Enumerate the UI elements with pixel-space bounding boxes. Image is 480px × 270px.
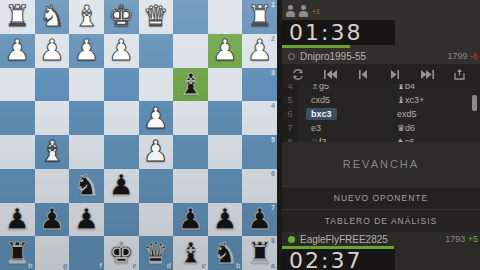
white-rook-a1: ♜ — [242, 0, 277, 34]
square-f3[interactable] — [69, 68, 104, 102]
square-h1[interactable]: ♜ — [0, 0, 35, 34]
white-pawn-f2: ♟ — [69, 34, 104, 68]
move-4-black[interactable]: ♝b4 — [384, 84, 470, 92]
square-b2[interactable]: ♟ — [208, 34, 243, 68]
file-coordinate-h: h — [28, 262, 32, 270]
square-d4[interactable]: ♟ — [139, 101, 174, 135]
move-row-8: 8♘f3♞c6 — [282, 135, 480, 142]
square-g1[interactable]: ♞ — [35, 0, 70, 34]
square-h4[interactable] — [0, 101, 35, 135]
black-rook-a8: ♜ — [242, 236, 277, 270]
square-c6[interactable] — [173, 169, 208, 203]
square-g2[interactable]: ♟ — [35, 34, 70, 68]
square-h2[interactable]: ♟ — [0, 34, 35, 68]
white-bishop-g5: ♝ — [35, 135, 70, 169]
prev-move-icon[interactable] — [355, 67, 371, 81]
square-a3[interactable]: 3 — [242, 68, 277, 102]
square-b4[interactable] — [208, 101, 243, 135]
analysis-board-button[interactable]: TABLERO DE ANÁLISIS — [282, 209, 480, 232]
square-d1[interactable]: ♛ — [139, 0, 174, 34]
rank-coordinate-8: 8 — [271, 237, 275, 245]
black-king-e8: ♚ — [104, 236, 139, 270]
square-a1[interactable]: ♜1 — [242, 0, 277, 34]
own-player-row[interactable]: EagleFlyFREE2825 1793 +5 — [282, 231, 480, 247]
new-opponent-button[interactable]: NUEVO OPONENTE — [282, 186, 480, 209]
move-number: 6 — [282, 107, 298, 121]
square-c1[interactable] — [173, 0, 208, 34]
move-list: 4♗g5♝b45cxd5♝xc3+6bxc3exd57e3♛d68♘f3♞c6 — [282, 84, 480, 142]
black-knight-b8: ♞ — [208, 236, 243, 270]
square-a6[interactable]: 6 — [242, 169, 277, 203]
square-f7[interactable]: ♟ — [69, 203, 104, 237]
opponent-rating: 1799 — [447, 51, 467, 61]
square-e5[interactable] — [104, 135, 139, 169]
square-c8[interactable]: ♝c — [173, 236, 208, 270]
square-f4[interactable] — [69, 101, 104, 135]
own-clock-time: 02:37 — [282, 249, 395, 270]
person-bust-icon — [286, 5, 295, 17]
file-coordinate-f: f — [100, 262, 102, 270]
square-h5[interactable] — [0, 135, 35, 169]
white-pawn-d5: ♟ — [139, 135, 174, 169]
file-coordinate-d: d — [167, 262, 171, 270]
white-pawn-h2: ♟ — [0, 34, 35, 68]
white-king-e1: ♚ — [104, 0, 139, 34]
move-row-7: 7e3♛d6 — [282, 121, 480, 135]
offline-status-icon — [288, 53, 295, 60]
lichess-game-screen: ♜♞♝♚♛♜1♟♟♟♟♟♟2♝3♟4♝♟5♞♟6♟♟♟♟♟♟7♜hgf♚e♛d♝… — [0, 0, 480, 270]
move-number: 8 — [282, 135, 298, 142]
rank-coordinate-6: 6 — [271, 170, 275, 178]
move-number: 5 — [282, 93, 298, 107]
square-e3[interactable] — [104, 68, 139, 102]
opponent-player-row[interactable]: Dnipro1995-55 1799 -6 — [282, 48, 480, 64]
square-h3[interactable] — [0, 68, 35, 102]
square-g4[interactable] — [35, 101, 70, 135]
white-bishop-f1: ♝ — [69, 0, 104, 34]
move-5-black[interactable]: ♝xc3+ — [384, 94, 470, 106]
opponent-clock: 01:38 — [282, 20, 395, 45]
white-pawn-d4: ♟ — [139, 101, 174, 135]
flip-cycle-icon[interactable] — [290, 67, 306, 81]
analysis-board-label: TABLERO DE ANÁLISIS — [325, 216, 437, 226]
square-a4[interactable]: 4 — [242, 101, 277, 135]
square-f8[interactable]: f — [69, 236, 104, 270]
file-coordinate-c: c — [202, 262, 206, 270]
white-pawn-e2: ♟ — [104, 34, 139, 68]
square-b1[interactable] — [208, 0, 243, 34]
square-e1[interactable]: ♚ — [104, 0, 139, 34]
square-a7[interactable]: ♟7 — [242, 203, 277, 237]
next-move-icon[interactable] — [387, 67, 403, 81]
black-pawn-a7: ♟ — [242, 203, 277, 237]
new-opponent-label: NUEVO OPONENTE — [334, 193, 428, 203]
rematch-button[interactable]: REVANCHA — [282, 142, 480, 186]
opponent-rating-delta: -6 — [470, 51, 478, 61]
square-a8[interactable]: ♜8a — [242, 236, 277, 270]
square-g7[interactable]: ♟ — [35, 203, 70, 237]
own-clock: 02:37 — [282, 249, 395, 270]
square-d3[interactable] — [139, 68, 174, 102]
square-d2[interactable] — [139, 34, 174, 68]
move-6-white[interactable]: bxc3 — [298, 108, 384, 120]
square-c7[interactable]: ♟ — [173, 203, 208, 237]
rank-coordinate-7: 7 — [271, 204, 275, 212]
square-e7[interactable] — [104, 203, 139, 237]
game-sidebar: +1 01:38 Dnipro1995-55 1799 -6 4♗g5♝b45c… — [282, 0, 480, 270]
rank-coordinate-3: 3 — [271, 69, 275, 77]
black-rook-h8: ♜ — [0, 236, 35, 270]
own-rating: 1793 — [445, 234, 465, 244]
square-d8[interactable]: ♛d — [139, 236, 174, 270]
move-row-5: 5cxd5♝xc3+ — [282, 93, 480, 107]
move-6-black[interactable]: exd5 — [384, 108, 470, 120]
square-f5[interactable] — [69, 135, 104, 169]
square-g8[interactable]: g — [35, 236, 70, 270]
move-number: 7 — [282, 121, 298, 135]
white-pawn-b2: ♟ — [208, 34, 243, 68]
square-a2[interactable]: ♟2 — [242, 34, 277, 68]
black-pawn-g7: ♟ — [35, 203, 70, 237]
rank-coordinate-2: 2 — [271, 35, 275, 43]
own-name[interactable]: EagleFlyFREE2825 — [300, 234, 445, 245]
black-queen-d8: ♛ — [139, 236, 174, 270]
black-pawn-h7: ♟ — [0, 203, 35, 237]
move-4-white[interactable]: ♗g5 — [298, 84, 384, 92]
rank-coordinate-4: 4 — [271, 102, 275, 110]
black-pawn-c7: ♟ — [173, 203, 208, 237]
square-d6[interactable] — [139, 169, 174, 203]
rank-coordinate-5: 5 — [271, 136, 275, 144]
opponent-name[interactable]: Dnipro1995-55 — [300, 51, 447, 62]
move-7-black[interactable]: ♛d6 — [384, 122, 470, 134]
square-f6[interactable]: ♞ — [69, 169, 104, 203]
square-e8[interactable]: ♚e — [104, 236, 139, 270]
square-a5[interactable]: 5 — [242, 135, 277, 169]
square-c4[interactable] — [173, 101, 208, 135]
black-pawn-e6: ♟ — [104, 169, 139, 203]
rematch-label: REVANCHA — [343, 158, 419, 170]
square-d7[interactable] — [139, 203, 174, 237]
online-status-icon — [288, 236, 295, 243]
square-h8[interactable]: ♜h — [0, 236, 35, 270]
square-e2[interactable]: ♟ — [104, 34, 139, 68]
rank-coordinate-1: 1 — [271, 1, 275, 9]
file-coordinate-a: a — [271, 262, 275, 270]
person-bust-icon — [299, 5, 308, 17]
opponent-clock-time: 01:38 — [282, 20, 395, 45]
square-c3[interactable]: ♝ — [173, 68, 208, 102]
share-export-icon[interactable] — [452, 67, 468, 81]
white-queen-d1: ♛ — [139, 0, 174, 34]
file-coordinate-g: g — [63, 262, 67, 270]
move-5-white[interactable]: cxd5 — [298, 94, 384, 106]
white-pawn-a2: ♟ — [242, 34, 277, 68]
square-g5[interactable]: ♝ — [35, 135, 70, 169]
move-navigation-bar — [282, 64, 480, 84]
square-b3[interactable] — [208, 68, 243, 102]
white-rook-h1: ♜ — [0, 0, 35, 34]
move-row-4: 4♗g5♝b4 — [282, 84, 480, 93]
square-c2[interactable] — [173, 34, 208, 68]
square-b8[interactable]: ♞b — [208, 236, 243, 270]
spectators-extra-count: +1 — [312, 8, 320, 17]
square-d5[interactable]: ♟ — [139, 135, 174, 169]
square-g6[interactable] — [35, 169, 70, 203]
black-pawn-b7: ♟ — [208, 203, 243, 237]
square-b6[interactable] — [208, 169, 243, 203]
first-move-icon[interactable] — [322, 67, 338, 81]
move-number: 4 — [282, 84, 298, 93]
square-h7[interactable]: ♟ — [0, 203, 35, 237]
square-e4[interactable] — [104, 101, 139, 135]
move-7-white[interactable]: e3 — [298, 122, 384, 134]
file-coordinate-b: b — [236, 262, 240, 270]
white-pawn-g2: ♟ — [35, 34, 70, 68]
square-f2[interactable]: ♟ — [69, 34, 104, 68]
move-row-6: 6bxc3exd5 — [282, 107, 480, 121]
file-coordinate-e: e — [133, 262, 137, 270]
move-list-scrollbar[interactable] — [472, 95, 477, 111]
black-knight-f6: ♞ — [69, 169, 104, 203]
own-rating-delta: +5 — [468, 234, 478, 244]
square-e6[interactable]: ♟ — [104, 169, 139, 203]
chess-board[interactable]: ♜♞♝♚♛♜1♟♟♟♟♟♟2♝3♟4♝♟5♞♟6♟♟♟♟♟♟7♜hgf♚e♛d♝… — [0, 0, 277, 270]
square-h6[interactable] — [0, 169, 35, 203]
square-b7[interactable]: ♟ — [208, 203, 243, 237]
white-knight-g1: ♞ — [35, 0, 70, 34]
square-b5[interactable] — [208, 135, 243, 169]
last-move-icon[interactable] — [420, 67, 436, 81]
black-pawn-f7: ♟ — [69, 203, 104, 237]
black-bishop-c8: ♝ — [173, 236, 208, 270]
square-c5[interactable] — [173, 135, 208, 169]
spectators-toggle[interactable]: +1 — [286, 4, 320, 17]
square-f1[interactable]: ♝ — [69, 0, 104, 34]
black-bishop-c3: ♝ — [173, 68, 208, 102]
square-g3[interactable] — [35, 68, 70, 102]
